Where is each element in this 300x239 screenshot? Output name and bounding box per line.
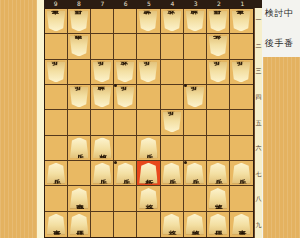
- piece-9i[interactable]: 香車: [47, 214, 66, 235]
- file-coordinates: 987654321: [44, 0, 262, 8]
- piece-kanji: 銀将: [191, 21, 199, 22]
- piece-kanji: 歩兵: [237, 71, 245, 72]
- board-cell-7h[interactable]: [91, 186, 114, 211]
- rank-label: 一: [255, 8, 262, 34]
- board-cell-9f[interactable]: [45, 136, 68, 161]
- piece-kanji: 玉将: [214, 198, 222, 199]
- piece-kanji: 桂馬: [214, 21, 222, 22]
- star-point: [114, 161, 117, 164]
- board-cell-2d[interactable]: [207, 85, 230, 110]
- board-cell-6h[interactable]: [114, 186, 137, 211]
- piece-kanji: 歩兵: [214, 71, 222, 72]
- piece-kanji: 王将: [144, 21, 152, 22]
- board-cell-3d[interactable]: 歩兵: [184, 85, 207, 110]
- board-cell-5a[interactable]: 王将: [137, 9, 160, 34]
- piece-5f[interactable]: 歩兵: [139, 137, 158, 158]
- piece-5g[interactable]: 角行: [139, 163, 158, 184]
- piece-1i[interactable]: 香車: [232, 214, 251, 235]
- piece-3a[interactable]: 銀将: [185, 11, 204, 32]
- piece-8i[interactable]: 桂馬: [70, 214, 89, 235]
- board-cell-1i[interactable]: 香車: [230, 212, 253, 237]
- piece-kanji: 銀将: [98, 97, 106, 98]
- piece-8f[interactable]: 歩兵: [70, 137, 89, 158]
- board-cell-2e[interactable]: [207, 110, 230, 135]
- board-cell-9i[interactable]: 香車: [45, 212, 68, 237]
- piece-kanji: 香車: [237, 224, 245, 225]
- piece-kanji: 桂馬: [214, 224, 222, 225]
- piece-kanji: 歩兵: [237, 173, 245, 174]
- piece-4e[interactable]: 歩兵: [162, 112, 181, 133]
- board-cell-1d[interactable]: [230, 85, 253, 110]
- file-label: 3: [184, 0, 207, 8]
- gote-captured-tray: [263, 57, 300, 238]
- board-cell-1e[interactable]: [230, 110, 253, 135]
- board-cell-3a[interactable]: 銀将: [184, 9, 207, 34]
- rank-label: 三: [255, 59, 262, 85]
- file-label: 1: [231, 0, 254, 8]
- board-cell-7d[interactable]: 銀将: [91, 85, 114, 110]
- board-cell-8h[interactable]: 飛車: [68, 186, 91, 211]
- board-cell-1b[interactable]: [230, 34, 253, 59]
- board-cell-7a[interactable]: [91, 9, 114, 34]
- board-cell-6f[interactable]: [114, 136, 137, 161]
- board-cell-3e[interactable]: [184, 110, 207, 135]
- piece-kanji: 歩兵: [75, 97, 83, 98]
- board-cell-2a[interactable]: 桂馬: [207, 9, 230, 34]
- piece-kanji: 金将: [121, 71, 129, 72]
- piece-kanji: 歩兵: [75, 147, 83, 148]
- piece-kanji: 歩兵: [121, 97, 129, 98]
- board-cell-2f[interactable]: [207, 136, 230, 161]
- board-cell-7g[interactable]: 歩兵: [91, 161, 114, 186]
- piece-9g[interactable]: 歩兵: [47, 163, 66, 184]
- board-cell-2h[interactable]: 玉将: [207, 186, 230, 211]
- piece-kanji: 歩兵: [191, 173, 199, 174]
- board-cell-8f[interactable]: 歩兵: [68, 136, 91, 161]
- star-point: [184, 84, 187, 87]
- rank-label: 二: [255, 34, 262, 60]
- piece-6d[interactable]: 歩兵: [116, 87, 135, 108]
- board-cell-2b[interactable]: 角行: [207, 34, 230, 59]
- board-cell-8b[interactable]: 飛車: [68, 34, 91, 59]
- board-cell-2i[interactable]: 桂馬: [207, 212, 230, 237]
- file-label: 8: [67, 0, 90, 8]
- file-label: 6: [114, 0, 137, 8]
- piece-2c[interactable]: 歩兵: [208, 61, 227, 82]
- rank-coordinates: 一二三四五六七八九: [254, 8, 262, 238]
- file-label: 9: [44, 0, 67, 8]
- piece-3g[interactable]: 歩兵: [185, 163, 204, 184]
- piece-7d[interactable]: 銀将: [93, 87, 112, 108]
- file-label: 2: [207, 0, 230, 8]
- status-turn-indicator: 後手番: [265, 37, 294, 50]
- piece-6g[interactable]: 歩兵: [116, 163, 135, 184]
- piece-9a[interactable]: 香車: [47, 11, 66, 32]
- board-cell-3g[interactable]: 歩兵: [184, 161, 207, 186]
- board-cell-4g[interactable]: 歩兵: [161, 161, 184, 186]
- file-label: 4: [161, 0, 184, 8]
- piece-kanji: 桂馬: [75, 21, 83, 22]
- piece-kanji: 飛車: [75, 198, 83, 199]
- piece-kanji: 歩兵: [52, 71, 60, 72]
- sente-captured-tray: [0, 0, 37, 238]
- board-cell-5c[interactable]: 歩兵: [137, 60, 160, 85]
- board-cell-9d[interactable]: [45, 85, 68, 110]
- piece-8a[interactable]: 桂馬: [70, 11, 89, 32]
- board-cell-6d[interactable]: 歩兵: [114, 85, 137, 110]
- piece-6c[interactable]: 金将: [116, 61, 135, 82]
- board-cell-5b[interactable]: [137, 34, 160, 59]
- piece-kanji: 香車: [52, 224, 60, 225]
- board-cell-4c[interactable]: [161, 60, 184, 85]
- board-cell-3i[interactable]: 銀将: [184, 212, 207, 237]
- piece-4a[interactable]: 金将: [162, 11, 181, 32]
- board-cell-4i[interactable]: 金将: [161, 212, 184, 237]
- star-point: [184, 161, 187, 164]
- piece-8d[interactable]: 歩兵: [70, 87, 89, 108]
- board-cell-8i[interactable]: 桂馬: [68, 212, 91, 237]
- board-cell-9c[interactable]: 歩兵: [45, 60, 68, 85]
- piece-kanji: 飛車: [75, 46, 83, 47]
- board-cell-8e[interactable]: [68, 110, 91, 135]
- piece-kanji: 角行: [214, 46, 222, 47]
- star-point: [114, 84, 117, 87]
- board-grid: 香車桂馬王将金将銀将桂馬香車飛車角行歩兵歩兵金将歩兵歩兵歩兵歩兵銀将歩兵歩兵歩兵…: [44, 8, 254, 238]
- board-cell-9b[interactable]: [45, 34, 68, 59]
- board-cell-8d[interactable]: 歩兵: [68, 85, 91, 110]
- piece-kanji: 歩兵: [191, 97, 199, 98]
- board-cell-1c[interactable]: 歩兵: [230, 60, 253, 85]
- board-cell-1a[interactable]: 香車: [230, 9, 253, 34]
- status-analyzing: 検討中: [265, 7, 294, 20]
- board-cell-4b[interactable]: [161, 34, 184, 59]
- board-cell-4f[interactable]: [161, 136, 184, 161]
- board-cell-9e[interactable]: [45, 110, 68, 135]
- board-cell-6i[interactable]: [114, 212, 137, 237]
- piece-kanji: 歩兵: [214, 173, 222, 174]
- board-cell-6a[interactable]: [114, 9, 137, 34]
- piece-8h[interactable]: 飛車: [70, 188, 89, 209]
- board-cell-8c[interactable]: [68, 60, 91, 85]
- board-cell-5e[interactable]: [137, 110, 160, 135]
- piece-kanji: 角行: [144, 173, 152, 174]
- board-cell-4h[interactable]: [161, 186, 184, 211]
- piece-kanji: 歩兵: [98, 173, 106, 174]
- piece-2a[interactable]: 桂馬: [208, 11, 227, 32]
- piece-kanji: 金将: [168, 224, 176, 225]
- piece-kanji: 香車: [52, 21, 60, 22]
- piece-7c[interactable]: 歩兵: [93, 61, 112, 82]
- board-cell-3c[interactable]: [184, 60, 207, 85]
- piece-1a[interactable]: 香車: [232, 11, 251, 32]
- board-cell-1g[interactable]: 歩兵: [230, 161, 253, 186]
- board-cell-4e[interactable]: 歩兵: [161, 110, 184, 135]
- piece-3i[interactable]: 銀将: [185, 214, 204, 235]
- piece-3d[interactable]: 歩兵: [185, 87, 204, 108]
- piece-5c[interactable]: 歩兵: [139, 61, 158, 82]
- piece-kanji: 金将: [168, 21, 176, 22]
- board-cell-1h[interactable]: [230, 186, 253, 211]
- board-cell-8g[interactable]: [68, 161, 91, 186]
- board-cell-4d[interactable]: [161, 85, 184, 110]
- piece-8b[interactable]: 飛車: [70, 36, 89, 57]
- rank-label: 四: [255, 85, 262, 111]
- rank-label: 五: [255, 110, 262, 136]
- shogi-app: 987654321 香車桂馬王将金将銀将桂馬香車飛車角行歩兵歩兵金将歩兵歩兵歩兵…: [0, 0, 300, 238]
- piece-2b[interactable]: 角行: [208, 36, 227, 57]
- board-cell-1f[interactable]: [230, 136, 253, 161]
- board-cell-9h[interactable]: [45, 186, 68, 211]
- board-cell-2c[interactable]: 歩兵: [207, 60, 230, 85]
- board-cell-5h[interactable]: 金将: [137, 186, 160, 211]
- piece-1g[interactable]: 歩兵: [232, 163, 251, 184]
- board-cell-9g[interactable]: 歩兵: [45, 161, 68, 186]
- board-left-margin: [37, 0, 44, 238]
- piece-2g[interactable]: 歩兵: [208, 163, 227, 184]
- piece-kanji: 銀将: [98, 147, 106, 148]
- piece-kanji: 歩兵: [168, 173, 176, 174]
- piece-4g[interactable]: 歩兵: [162, 163, 181, 184]
- board-cell-3b[interactable]: [184, 34, 207, 59]
- piece-2i[interactable]: 桂馬: [208, 214, 227, 235]
- piece-2h[interactable]: 玉将: [208, 188, 227, 209]
- board-cell-5g[interactable]: 角行: [137, 161, 160, 186]
- board-cell-7b[interactable]: [91, 34, 114, 59]
- board-cell-6e[interactable]: [114, 110, 137, 135]
- file-label: 7: [91, 0, 114, 8]
- board-cell-4a[interactable]: 金将: [161, 9, 184, 34]
- rank-label: 六: [255, 136, 262, 162]
- piece-1c[interactable]: 歩兵: [232, 61, 251, 82]
- board-cell-7f[interactable]: 銀将: [91, 136, 114, 161]
- board-cell-6b[interactable]: [114, 34, 137, 59]
- piece-kanji: 歩兵: [121, 173, 129, 174]
- rank-label: 九: [255, 213, 262, 239]
- piece-9c[interactable]: 歩兵: [47, 61, 66, 82]
- board-cell-7c[interactable]: 歩兵: [91, 60, 114, 85]
- piece-4i[interactable]: 金将: [162, 214, 181, 235]
- piece-kanji: 歩兵: [144, 71, 152, 72]
- piece-5a[interactable]: 王将: [139, 11, 158, 32]
- piece-kanji: 銀将: [191, 224, 199, 225]
- piece-kanji: 歩兵: [98, 71, 106, 72]
- piece-kanji: 桂馬: [75, 224, 83, 225]
- board-cell-7i[interactable]: [91, 212, 114, 237]
- piece-5h[interactable]: 金将: [139, 188, 158, 209]
- file-label: 5: [137, 0, 160, 8]
- board-cell-7e[interactable]: [91, 110, 114, 135]
- rank-label: 八: [255, 187, 262, 213]
- piece-kanji: 金将: [144, 198, 152, 199]
- piece-kanji: 歩兵: [144, 147, 152, 148]
- piece-kanji: 香車: [237, 21, 245, 22]
- board-cell-3h[interactable]: [184, 186, 207, 211]
- board-cell-5f[interactable]: 歩兵: [137, 136, 160, 161]
- board-cell-3f[interactable]: [184, 136, 207, 161]
- piece-kanji: 歩兵: [168, 122, 176, 123]
- piece-7g[interactable]: 歩兵: [93, 163, 112, 184]
- board-cell-5i[interactable]: [137, 212, 160, 237]
- board-cell-6g[interactable]: 歩兵: [114, 161, 137, 186]
- board-cell-6c[interactable]: 金将: [114, 60, 137, 85]
- piece-7f[interactable]: 銀将: [93, 137, 112, 158]
- board-cell-5d[interactable]: [137, 85, 160, 110]
- rank-label: 七: [255, 161, 262, 187]
- board-cell-9a[interactable]: 香車: [45, 9, 68, 34]
- board-cell-2g[interactable]: 歩兵: [207, 161, 230, 186]
- piece-kanji: 歩兵: [52, 173, 60, 174]
- board-cell-8a[interactable]: 桂馬: [68, 9, 91, 34]
